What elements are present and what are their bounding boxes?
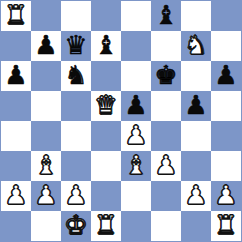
square-g1[interactable] (181, 211, 211, 241)
square-a7[interactable] (1, 31, 31, 61)
white-rook[interactable]: ♜ (4, 2, 27, 28)
white-pawn[interactable]: ♟ (64, 182, 87, 208)
white-bishop[interactable]: ♝ (34, 152, 57, 178)
square-b6[interactable] (31, 61, 61, 91)
square-f3[interactable]: ♟ (151, 151, 181, 181)
square-e6[interactable] (121, 61, 151, 91)
square-h4[interactable] (211, 121, 241, 151)
square-h8[interactable] (211, 1, 241, 31)
square-h6[interactable]: ♟ (211, 61, 241, 91)
square-d3[interactable] (91, 151, 121, 181)
square-g3[interactable] (181, 151, 211, 181)
square-h1[interactable]: ♜ (211, 211, 241, 241)
square-b7[interactable]: ♟ (31, 31, 61, 61)
square-g2[interactable]: ♟ (181, 181, 211, 211)
square-e5[interactable]: ♟ (121, 91, 151, 121)
square-d5[interactable]: ♛ (91, 91, 121, 121)
square-h7[interactable] (211, 31, 241, 61)
square-c8[interactable] (61, 1, 91, 31)
square-g8[interactable] (181, 1, 211, 31)
square-h2[interactable]: ♟ (211, 181, 241, 211)
black-pawn[interactable]: ♟ (124, 92, 147, 118)
black-pawn[interactable]: ♟ (34, 32, 57, 58)
square-d7[interactable]: ♝ (91, 31, 121, 61)
square-d4[interactable] (91, 121, 121, 151)
square-d1[interactable]: ♜ (91, 211, 121, 241)
square-a5[interactable] (1, 91, 31, 121)
square-g7[interactable]: ♞ (181, 31, 211, 61)
square-e4[interactable]: ♟ (121, 121, 151, 151)
square-a2[interactable]: ♟ (1, 181, 31, 211)
square-b5[interactable] (31, 91, 61, 121)
square-h5[interactable] (211, 91, 241, 121)
white-king[interactable]: ♚ (64, 212, 87, 238)
white-pawn[interactable]: ♟ (154, 152, 177, 178)
square-e7[interactable] (121, 31, 151, 61)
square-c6[interactable]: ♞ (61, 61, 91, 91)
square-h3[interactable] (211, 151, 241, 181)
white-bishop[interactable]: ♝ (124, 152, 147, 178)
square-b1[interactable] (31, 211, 61, 241)
square-c7[interactable]: ♛ (61, 31, 91, 61)
white-knight[interactable]: ♞ (184, 32, 207, 58)
square-f5[interactable] (151, 91, 181, 121)
square-f8[interactable]: ♝ (151, 1, 181, 31)
square-c1[interactable]: ♚ (61, 211, 91, 241)
square-d6[interactable] (91, 61, 121, 91)
square-a1[interactable] (1, 211, 31, 241)
square-f7[interactable] (151, 31, 181, 61)
white-rook[interactable]: ♜ (214, 212, 237, 238)
square-a8[interactable]: ♜ (1, 1, 31, 31)
square-c4[interactable] (61, 121, 91, 151)
square-a3[interactable] (1, 151, 31, 181)
square-g6[interactable] (181, 61, 211, 91)
square-f6[interactable]: ♚ (151, 61, 181, 91)
white-queen[interactable]: ♛ (94, 92, 117, 118)
white-pawn[interactable]: ♟ (214, 182, 237, 208)
square-c5[interactable] (61, 91, 91, 121)
square-g4[interactable] (181, 121, 211, 151)
square-c2[interactable]: ♟ (61, 181, 91, 211)
square-b2[interactable]: ♟ (31, 181, 61, 211)
square-c3[interactable] (61, 151, 91, 181)
white-pawn[interactable]: ♟ (124, 122, 147, 148)
square-d8[interactable] (91, 1, 121, 31)
black-king[interactable]: ♚ (154, 62, 177, 88)
square-g5[interactable]: ♟ (181, 91, 211, 121)
square-b4[interactable] (31, 121, 61, 151)
square-b3[interactable]: ♝ (31, 151, 61, 181)
square-a6[interactable]: ♟ (1, 61, 31, 91)
square-e3[interactable]: ♝ (121, 151, 151, 181)
square-f2[interactable] (151, 181, 181, 211)
white-pawn[interactable]: ♟ (184, 182, 207, 208)
square-e8[interactable] (121, 1, 151, 31)
chess-board: ♜♝♟♛♝♞♟♞♚♟♛♟♟♟♝♝♟♟♟♟♟♟♚♜♜ (0, 0, 242, 242)
white-pawn[interactable]: ♟ (4, 182, 27, 208)
black-pawn[interactable]: ♟ (214, 62, 237, 88)
black-pawn[interactable]: ♟ (4, 62, 27, 88)
square-e2[interactable] (121, 181, 151, 211)
square-d2[interactable] (91, 181, 121, 211)
black-pawn[interactable]: ♟ (184, 92, 207, 118)
square-b8[interactable] (31, 1, 61, 31)
square-e1[interactable] (121, 211, 151, 241)
square-f1[interactable] (151, 211, 181, 241)
white-pawn[interactable]: ♟ (34, 182, 57, 208)
black-bishop[interactable]: ♝ (94, 32, 117, 58)
white-rook[interactable]: ♜ (94, 212, 117, 238)
black-bishop[interactable]: ♝ (154, 2, 177, 28)
black-queen[interactable]: ♛ (64, 32, 87, 58)
black-knight[interactable]: ♞ (64, 62, 87, 88)
square-f4[interactable] (151, 121, 181, 151)
square-a4[interactable] (1, 121, 31, 151)
